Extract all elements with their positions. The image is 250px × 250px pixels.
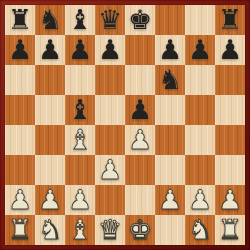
square-a7[interactable]: ♟	[5, 35, 35, 65]
white-pawn[interactable]: ♟	[188, 185, 212, 215]
square-c5[interactable]: ♝	[65, 95, 95, 125]
square-h1[interactable]: ♜	[215, 215, 245, 245]
square-g6[interactable]	[185, 65, 215, 95]
square-d6[interactable]	[95, 65, 125, 95]
square-f2[interactable]: ♟	[155, 185, 185, 215]
black-pawn[interactable]: ♟	[38, 35, 62, 65]
black-knight[interactable]: ♞	[38, 5, 62, 35]
black-pawn[interactable]: ♟	[128, 95, 152, 125]
black-bishop[interactable]: ♝	[68, 95, 92, 125]
square-f6[interactable]: ♞	[155, 65, 185, 95]
square-f5[interactable]	[155, 95, 185, 125]
square-b5[interactable]	[35, 95, 65, 125]
square-c8[interactable]: ♝	[65, 5, 95, 35]
square-b6[interactable]	[35, 65, 65, 95]
white-king[interactable]: ♚	[128, 215, 152, 245]
square-c1[interactable]: ♝	[65, 215, 95, 245]
square-h8[interactable]: ♜	[215, 5, 245, 35]
black-pawn[interactable]: ♟	[188, 35, 212, 65]
square-c3[interactable]	[65, 155, 95, 185]
square-e2[interactable]	[125, 185, 155, 215]
square-h5[interactable]	[215, 95, 245, 125]
square-b2[interactable]: ♟	[35, 185, 65, 215]
square-f4[interactable]	[155, 125, 185, 155]
square-a6[interactable]	[5, 65, 35, 95]
square-c2[interactable]: ♟	[65, 185, 95, 215]
square-h7[interactable]: ♟	[215, 35, 245, 65]
square-h6[interactable]	[215, 65, 245, 95]
black-knight[interactable]: ♞	[158, 65, 182, 95]
square-c7[interactable]: ♟	[65, 35, 95, 65]
chess-board-frame: ♜♞♝♛♚♜♟♟♟♟♟♟♟♞♝♟♝♟♟♟♟♟♟♟♟♜♞♝♛♚♞♜	[0, 0, 250, 250]
square-c4[interactable]: ♝	[65, 125, 95, 155]
black-rook[interactable]: ♜	[218, 5, 242, 35]
white-queen[interactable]: ♛	[98, 215, 122, 245]
square-e4[interactable]: ♟	[125, 125, 155, 155]
square-a1[interactable]: ♜	[5, 215, 35, 245]
square-d3[interactable]: ♟	[95, 155, 125, 185]
white-bishop[interactable]: ♝	[68, 125, 92, 155]
square-e8[interactable]: ♚	[125, 5, 155, 35]
square-d5[interactable]	[95, 95, 125, 125]
square-a8[interactable]: ♜	[5, 5, 35, 35]
square-e3[interactable]	[125, 155, 155, 185]
square-e7[interactable]	[125, 35, 155, 65]
black-bishop[interactable]: ♝	[68, 5, 92, 35]
white-pawn[interactable]: ♟	[158, 185, 182, 215]
square-b4[interactable]	[35, 125, 65, 155]
square-d2[interactable]	[95, 185, 125, 215]
square-h4[interactable]	[215, 125, 245, 155]
square-a2[interactable]: ♟	[5, 185, 35, 215]
square-e6[interactable]	[125, 65, 155, 95]
square-c6[interactable]	[65, 65, 95, 95]
square-h3[interactable]	[215, 155, 245, 185]
square-g7[interactable]: ♟	[185, 35, 215, 65]
square-d4[interactable]	[95, 125, 125, 155]
square-f7[interactable]: ♟	[155, 35, 185, 65]
white-pawn[interactable]: ♟	[218, 185, 242, 215]
white-pawn[interactable]: ♟	[68, 185, 92, 215]
square-b7[interactable]: ♟	[35, 35, 65, 65]
square-g3[interactable]	[185, 155, 215, 185]
white-pawn[interactable]: ♟	[128, 125, 152, 155]
square-a5[interactable]	[5, 95, 35, 125]
square-d8[interactable]: ♛	[95, 5, 125, 35]
square-b1[interactable]: ♞	[35, 215, 65, 245]
white-bishop[interactable]: ♝	[68, 215, 92, 245]
square-d7[interactable]: ♟	[95, 35, 125, 65]
square-g4[interactable]	[185, 125, 215, 155]
square-e5[interactable]: ♟	[125, 95, 155, 125]
square-a3[interactable]	[5, 155, 35, 185]
square-g8[interactable]	[185, 5, 215, 35]
square-f8[interactable]	[155, 5, 185, 35]
square-d1[interactable]: ♛	[95, 215, 125, 245]
black-queen[interactable]: ♛	[98, 5, 122, 35]
square-g2[interactable]: ♟	[185, 185, 215, 215]
white-knight[interactable]: ♞	[188, 215, 212, 245]
square-g5[interactable]	[185, 95, 215, 125]
black-pawn[interactable]: ♟	[8, 35, 32, 65]
white-knight[interactable]: ♞	[38, 215, 62, 245]
white-pawn[interactable]: ♟	[8, 185, 32, 215]
square-e1[interactable]: ♚	[125, 215, 155, 245]
white-rook[interactable]: ♜	[8, 215, 32, 245]
white-rook[interactable]: ♜	[218, 215, 242, 245]
square-h2[interactable]: ♟	[215, 185, 245, 215]
square-b3[interactable]	[35, 155, 65, 185]
black-pawn[interactable]: ♟	[98, 35, 122, 65]
chess-board: ♜♞♝♛♚♜♟♟♟♟♟♟♟♞♝♟♝♟♟♟♟♟♟♟♟♜♞♝♛♚♞♜	[5, 5, 245, 245]
square-a4[interactable]	[5, 125, 35, 155]
black-king[interactable]: ♚	[128, 5, 152, 35]
square-f3[interactable]	[155, 155, 185, 185]
black-pawn[interactable]: ♟	[218, 35, 242, 65]
black-pawn[interactable]: ♟	[68, 35, 92, 65]
square-g1[interactable]: ♞	[185, 215, 215, 245]
black-rook[interactable]: ♜	[8, 5, 32, 35]
square-f1[interactable]	[155, 215, 185, 245]
black-pawn[interactable]: ♟	[158, 35, 182, 65]
square-b8[interactable]: ♞	[35, 5, 65, 35]
white-pawn[interactable]: ♟	[38, 185, 62, 215]
white-pawn[interactable]: ♟	[98, 155, 122, 185]
